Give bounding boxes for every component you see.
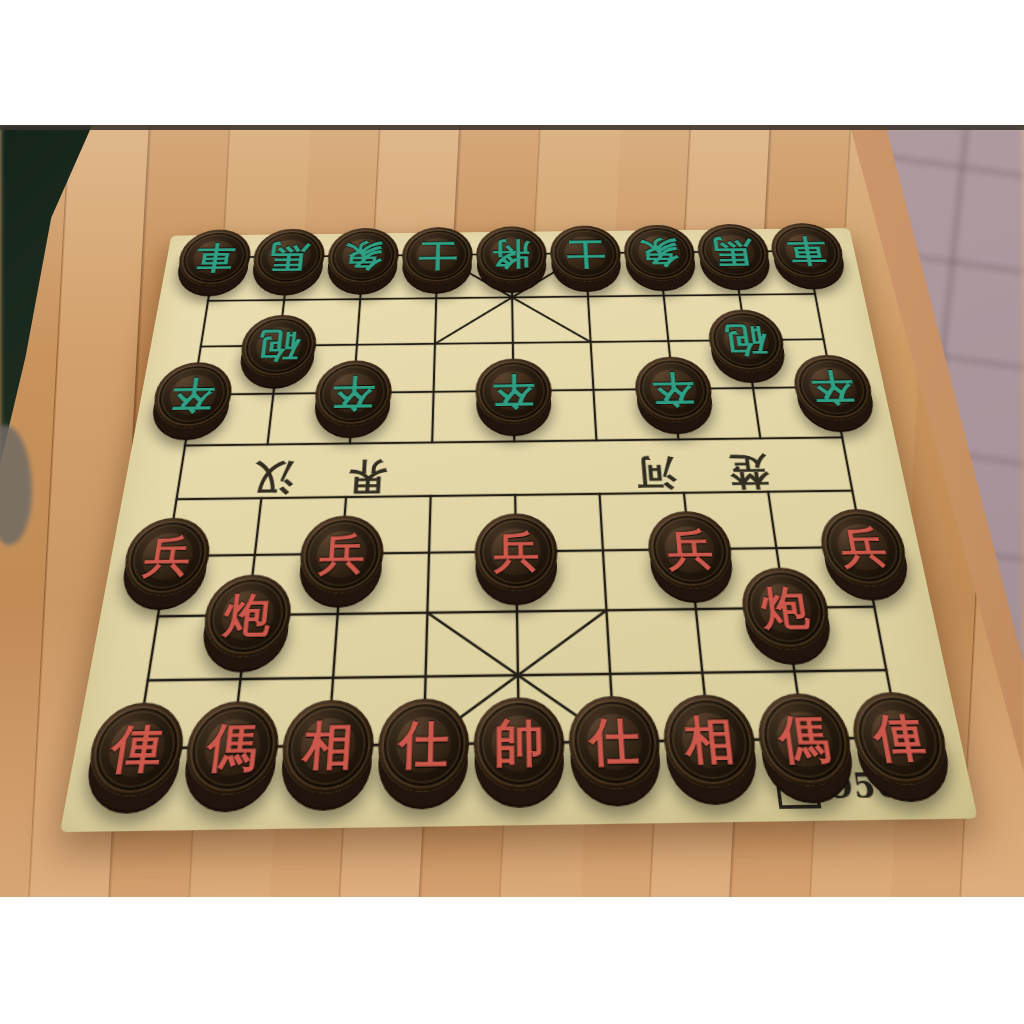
piece-glyph: 炮 — [759, 585, 812, 631]
piece-red-horse[interactable]: 傌 — [181, 701, 283, 796]
piece-red-cannon[interactable]: 炮 — [199, 574, 294, 658]
piece-glyph: 卒 — [651, 371, 696, 408]
piece-glyph: 卒 — [809, 369, 858, 405]
piece-glyph: 象 — [343, 240, 384, 271]
piece-red-soldier[interactable]: 兵 — [297, 515, 386, 594]
piece-glyph: 俥 — [107, 723, 165, 775]
piece-green-soldier[interactable]: 卒 — [475, 358, 553, 425]
piece-glyph: 兵 — [665, 528, 715, 571]
piece-glyph: 士 — [417, 239, 457, 270]
piece-glyph: 帥 — [494, 717, 545, 769]
piece-glyph: 卒 — [169, 377, 217, 414]
piece-green-soldier[interactable]: 卒 — [149, 362, 236, 429]
xiangqi-board: 汉界 河楚 X Ø50 車馬象士將士象馬車砲砲卒卒卒卒卒兵兵兵兵兵炮炮俥傌相仕帥… — [60, 228, 978, 832]
piece-red-chariot[interactable]: 俥 — [846, 692, 954, 786]
piece-red-horse[interactable]: 傌 — [753, 693, 857, 787]
piece-red-elephant[interactable]: 相 — [660, 694, 760, 788]
piece-red-elephant[interactable]: 相 — [278, 699, 376, 794]
piece-green-soldier[interactable]: 卒 — [789, 354, 877, 420]
piece-glyph: 相 — [682, 715, 737, 767]
piece-red-soldier[interactable]: 兵 — [474, 513, 558, 592]
piece-glyph: 仕 — [588, 716, 641, 768]
piece-glyph: 相 — [301, 720, 355, 772]
piece-glyph: 兵 — [141, 535, 194, 579]
piece-green-cannon[interactable]: 砲 — [705, 309, 788, 372]
piece-glyph: 兵 — [837, 526, 890, 569]
piece-glyph: 炮 — [221, 592, 273, 638]
piece-green-advisor[interactable]: 士 — [401, 227, 473, 284]
piece-glyph: 卒 — [493, 373, 535, 410]
piece-green-chariot[interactable]: 車 — [174, 229, 254, 286]
piece-red-chariot[interactable]: 俥 — [83, 702, 189, 797]
table-back-edge — [0, 125, 1024, 130]
piece-red-advisor[interactable]: 仕 — [376, 698, 470, 793]
piece-green-advisor[interactable]: 士 — [549, 225, 623, 282]
piece-glyph: 砲 — [256, 328, 301, 363]
piece-red-soldier[interactable]: 兵 — [119, 517, 215, 596]
piece-green-horse[interactable]: 馬 — [695, 224, 773, 281]
piece-glyph: 俥 — [870, 712, 929, 764]
pieces-layer: 車馬象士將士象馬車砲砲卒卒卒卒卒兵兵兵兵兵炮炮俥傌相仕帥仕相傌俥 — [60, 228, 978, 832]
piece-glyph: 士 — [565, 238, 606, 269]
piece-glyph: 卒 — [331, 375, 376, 412]
piece-red-cannon[interactable]: 炮 — [738, 567, 835, 650]
piece-green-soldier[interactable]: 卒 — [633, 356, 716, 422]
piece-glyph: 將 — [492, 239, 531, 270]
piece-glyph: 兵 — [317, 532, 366, 575]
piece-green-cannon[interactable]: 砲 — [237, 315, 319, 378]
piece-glyph: 兵 — [493, 530, 539, 573]
piece-green-horse[interactable]: 馬 — [250, 228, 327, 285]
scene-photo: 汉界 河楚 X Ø50 車馬象士將士象馬車砲砲卒卒卒卒卒兵兵兵兵兵炮炮俥傌相仕帥… — [0, 125, 1024, 897]
piece-green-elephant[interactable]: 象 — [622, 224, 698, 281]
piece-glyph: 馬 — [712, 236, 755, 267]
piece-red-soldier[interactable]: 兵 — [645, 511, 736, 590]
piece-green-elephant[interactable]: 象 — [325, 228, 400, 285]
piece-glyph: 砲 — [723, 323, 769, 358]
piece-green-chariot[interactable]: 車 — [767, 223, 848, 280]
piece-glyph: 傌 — [204, 721, 260, 773]
piece-green-general[interactable]: 將 — [476, 226, 548, 283]
piece-glyph: 象 — [639, 237, 681, 268]
piece-glyph: 車 — [193, 242, 237, 273]
piece-glyph: 仕 — [398, 719, 449, 771]
piece-glyph: 馬 — [268, 241, 310, 272]
piece-glyph: 車 — [785, 235, 829, 266]
piece-green-soldier[interactable]: 卒 — [312, 360, 393, 427]
piece-glyph: 傌 — [776, 713, 833, 765]
piece-red-advisor[interactable]: 仕 — [567, 695, 663, 789]
piece-red-soldier[interactable]: 兵 — [815, 509, 912, 587]
piece-red-general[interactable]: 帥 — [473, 697, 566, 792]
